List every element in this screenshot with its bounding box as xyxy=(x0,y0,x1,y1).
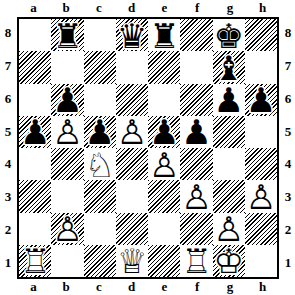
square-b1[interactable] xyxy=(51,245,83,277)
piece-bK-g8[interactable]: ♚♚ xyxy=(213,19,245,51)
square-b8[interactable]: ♜♜ xyxy=(51,19,83,51)
square-h4[interactable] xyxy=(245,148,277,180)
square-b6[interactable]: ♟♟ xyxy=(51,84,83,116)
square-g1[interactable]: ♚♔ xyxy=(213,245,245,277)
rank-label-5-left: 5 xyxy=(0,115,16,148)
piece-wP-g2[interactable]: ♟♙ xyxy=(213,213,245,245)
square-a4[interactable] xyxy=(19,148,51,180)
chess-board: ♜♜♛♛♜♜♚♚♝♝♟♟♟♟♟♟♟♟♟♙♟♟♟♙♟♟♟♟♞♘♟♙♟♙♟♙♟♙♟♙… xyxy=(17,17,279,279)
piece-face: ♟ xyxy=(213,84,245,116)
square-b5[interactable]: ♟♙ xyxy=(51,116,83,148)
piece-face: ♚ xyxy=(213,19,245,51)
file-labels-top: abcdefgh xyxy=(17,0,279,16)
square-f3[interactable]: ♟♙ xyxy=(180,180,212,212)
square-h6[interactable]: ♟♟ xyxy=(245,84,277,116)
square-d3[interactable] xyxy=(116,180,148,212)
rank-label-8-left: 8 xyxy=(0,17,16,50)
square-c5[interactable]: ♟♟ xyxy=(84,116,116,148)
piece-wP-b2[interactable]: ♟♙ xyxy=(51,213,83,245)
square-a1[interactable]: ♜♖ xyxy=(19,245,51,277)
piece-wR-f1[interactable]: ♜♖ xyxy=(180,245,212,277)
piece-face: ♟ xyxy=(84,116,116,148)
square-g6[interactable]: ♟♟ xyxy=(213,84,245,116)
piece-bP-g6[interactable]: ♟♟ xyxy=(213,84,245,116)
rank-label-7-right: 7 xyxy=(280,50,295,83)
file-label-h-top: h xyxy=(246,0,279,16)
piece-face: ♝ xyxy=(213,51,245,83)
square-d5[interactable]: ♟♙ xyxy=(116,116,148,148)
square-e1[interactable] xyxy=(148,245,180,277)
file-label-f-bottom: f xyxy=(181,279,214,295)
piece-bR-e8[interactable]: ♜♜ xyxy=(148,19,180,51)
square-g4[interactable] xyxy=(213,148,245,180)
piece-bP-a5[interactable]: ♟♟ xyxy=(19,116,51,148)
piece-face: ♙ xyxy=(148,148,180,180)
piece-face: ♙ xyxy=(245,180,277,212)
square-f4[interactable] xyxy=(180,148,212,180)
file-label-e-top: e xyxy=(148,0,181,16)
piece-bP-c5[interactable]: ♟♟ xyxy=(84,116,116,148)
file-label-a-bottom: a xyxy=(17,279,50,295)
piece-face: ♟ xyxy=(19,116,51,148)
piece-face: ♟ xyxy=(148,116,180,148)
rank-label-5-right: 5 xyxy=(280,115,295,148)
piece-wP-f3[interactable]: ♟♙ xyxy=(180,180,212,212)
piece-wP-b5[interactable]: ♟♙ xyxy=(51,116,83,148)
rank-label-6-right: 6 xyxy=(280,83,295,116)
file-label-h-bottom: h xyxy=(246,279,279,295)
rank-label-7-left: 7 xyxy=(0,50,16,83)
square-c3[interactable] xyxy=(84,180,116,212)
square-f1[interactable]: ♜♖ xyxy=(180,245,212,277)
square-e5[interactable]: ♟♟ xyxy=(148,116,180,148)
file-label-a-top: a xyxy=(17,0,50,16)
piece-face: ♙ xyxy=(51,116,83,148)
square-e4[interactable]: ♟♙ xyxy=(148,148,180,180)
piece-face: ♖ xyxy=(180,245,212,277)
square-g2[interactable]: ♟♙ xyxy=(213,213,245,245)
piece-face: ♙ xyxy=(116,116,148,148)
square-h2[interactable] xyxy=(245,213,277,245)
square-b2[interactable]: ♟♙ xyxy=(51,213,83,245)
piece-face: ♔ xyxy=(213,245,245,277)
square-f6[interactable] xyxy=(180,84,212,116)
square-b3[interactable] xyxy=(51,180,83,212)
piece-bP-e5[interactable]: ♟♟ xyxy=(148,116,180,148)
file-label-d-bottom: d xyxy=(115,279,148,295)
square-h1[interactable] xyxy=(245,245,277,277)
piece-face: ♘ xyxy=(84,148,116,180)
square-d2[interactable] xyxy=(116,213,148,245)
piece-wP-e4[interactable]: ♟♙ xyxy=(148,148,180,180)
rank-label-3-right: 3 xyxy=(280,181,295,214)
piece-face: ♙ xyxy=(213,213,245,245)
rank-label-4-left: 4 xyxy=(0,148,16,181)
piece-bP-h6[interactable]: ♟♟ xyxy=(245,84,277,116)
square-a5[interactable]: ♟♟ xyxy=(19,116,51,148)
square-c2[interactable] xyxy=(84,213,116,245)
rank-labels-left: 87654321 xyxy=(0,17,16,279)
piece-wR-a1[interactable]: ♜♖ xyxy=(19,245,51,277)
file-label-d-top: d xyxy=(115,0,148,16)
square-c7[interactable] xyxy=(84,51,116,83)
piece-bP-f5[interactable]: ♟♟ xyxy=(180,116,212,148)
rank-label-2-left: 2 xyxy=(0,214,16,247)
square-c4[interactable]: ♞♘ xyxy=(84,148,116,180)
file-label-c-bottom: c xyxy=(83,279,116,295)
rank-label-1-left: 1 xyxy=(0,246,16,279)
chess-diagram: abcdefgh 87654321 ♜♜♛♛♜♜♚♚♝♝♟♟♟♟♟♟♟♟♟♙♟♟… xyxy=(0,0,295,295)
square-e6[interactable] xyxy=(148,84,180,116)
square-g8[interactable]: ♚♚ xyxy=(213,19,245,51)
file-labels-bottom: abcdefgh xyxy=(17,279,279,295)
square-a7[interactable] xyxy=(19,51,51,83)
piece-wK-g1[interactable]: ♚♔ xyxy=(213,245,245,277)
square-b4[interactable] xyxy=(51,148,83,180)
piece-face: ♜ xyxy=(51,19,83,51)
square-f8[interactable] xyxy=(180,19,212,51)
square-e7[interactable] xyxy=(148,51,180,83)
square-h3[interactable]: ♟♙ xyxy=(245,180,277,212)
square-f7[interactable] xyxy=(180,51,212,83)
rank-label-8-right: 8 xyxy=(280,17,295,50)
piece-face: ♙ xyxy=(180,180,212,212)
square-a3[interactable] xyxy=(19,180,51,212)
piece-bQ-d8[interactable]: ♛♛ xyxy=(116,19,148,51)
piece-face: ♙ xyxy=(51,213,83,245)
piece-bR-b8[interactable]: ♜♜ xyxy=(51,19,83,51)
square-b7[interactable] xyxy=(51,51,83,83)
piece-wP-h3[interactable]: ♟♙ xyxy=(245,180,277,212)
piece-face: ♟ xyxy=(180,116,212,148)
file-label-e-bottom: e xyxy=(148,279,181,295)
square-e3[interactable] xyxy=(148,180,180,212)
piece-wP-d5[interactable]: ♟♙ xyxy=(116,116,148,148)
rank-labels-right: 87654321 xyxy=(280,17,295,279)
square-d1[interactable]: ♛♕ xyxy=(116,245,148,277)
square-d8[interactable]: ♛♛ xyxy=(116,19,148,51)
square-d6[interactable] xyxy=(116,84,148,116)
rank-label-6-left: 6 xyxy=(0,83,16,116)
file-label-c-top: c xyxy=(83,0,116,16)
square-e2[interactable] xyxy=(148,213,180,245)
square-h8[interactable] xyxy=(245,19,277,51)
square-g5[interactable] xyxy=(213,116,245,148)
piece-face: ♟ xyxy=(245,84,277,116)
rank-label-4-right: 4 xyxy=(280,148,295,181)
square-e8[interactable]: ♜♜ xyxy=(148,19,180,51)
file-label-g-bottom: g xyxy=(214,279,247,295)
piece-face: ♟ xyxy=(51,84,83,116)
square-g3[interactable] xyxy=(213,180,245,212)
piece-wQ-d1[interactable]: ♛♕ xyxy=(116,245,148,277)
square-c1[interactable] xyxy=(84,245,116,277)
file-label-b-top: b xyxy=(50,0,83,16)
piece-bB-g7[interactable]: ♝♝ xyxy=(213,51,245,83)
square-d7[interactable] xyxy=(116,51,148,83)
square-d4[interactable] xyxy=(116,148,148,180)
square-c8[interactable] xyxy=(84,19,116,51)
file-label-g-top: g xyxy=(214,0,247,16)
square-f5[interactable]: ♟♟ xyxy=(180,116,212,148)
file-label-b-bottom: b xyxy=(50,279,83,295)
piece-face: ♛ xyxy=(116,19,148,51)
square-c6[interactable] xyxy=(84,84,116,116)
square-h7[interactable] xyxy=(245,51,277,83)
rank-label-3-left: 3 xyxy=(0,181,16,214)
square-h5[interactable] xyxy=(245,116,277,148)
rank-label-2-right: 2 xyxy=(280,214,295,247)
piece-face: ♜ xyxy=(148,19,180,51)
file-label-f-top: f xyxy=(181,0,214,16)
piece-bP-b6[interactable]: ♟♟ xyxy=(51,84,83,116)
square-a8[interactable] xyxy=(19,19,51,51)
piece-wN-c4[interactable]: ♞♘ xyxy=(84,148,116,180)
square-a6[interactable] xyxy=(19,84,51,116)
piece-face: ♕ xyxy=(116,245,148,277)
square-g7[interactable]: ♝♝ xyxy=(213,51,245,83)
square-a2[interactable] xyxy=(19,213,51,245)
rank-label-1-right: 1 xyxy=(280,246,295,279)
square-f2[interactable] xyxy=(180,213,212,245)
piece-face: ♖ xyxy=(19,245,51,277)
